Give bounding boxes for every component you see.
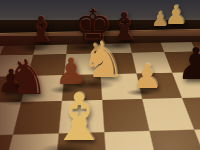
black-knight-b2[interactable]: ♞ <box>5 53 48 101</box>
captured-white-pawn-near[interactable]: ♟ <box>151 9 169 29</box>
white-pawn-f3[interactable]: ♟ <box>132 59 162 93</box>
chess-photo-scene: ♟♟♝♝♚♞♟♟♟♟♞♝ <box>0 0 200 150</box>
white-bishop-c1[interactable]: ♝ <box>49 85 108 150</box>
pieces-layer: ♟♟♝♝♚♞♟♟♟♟♞♝ <box>0 0 200 150</box>
black-bishop-b5[interactable]: ♝ <box>25 12 57 48</box>
white-knight-e3[interactable]: ♞ <box>81 35 126 85</box>
captured-black-pawn-edge[interactable]: ♟ <box>176 42 200 86</box>
